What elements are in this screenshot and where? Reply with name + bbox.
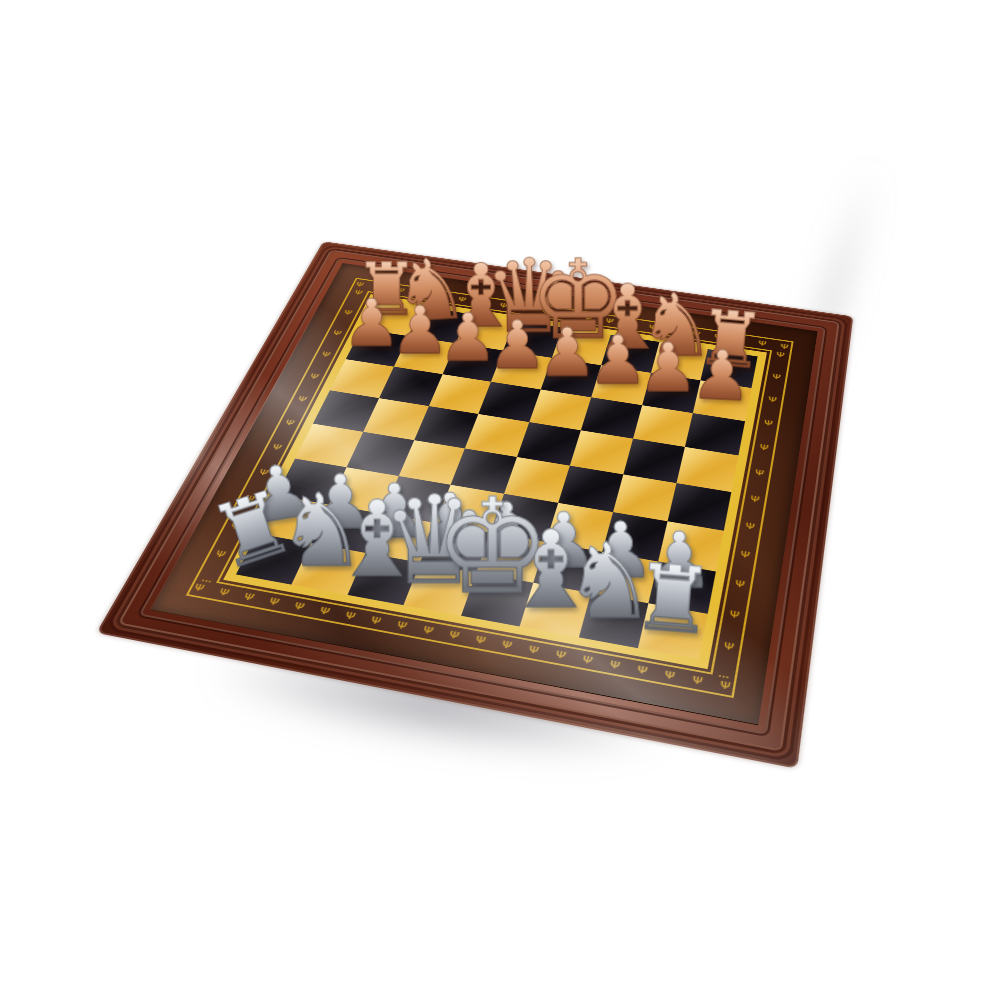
square-g5[interactable]	[623, 439, 685, 483]
square-e5[interactable]	[517, 422, 581, 465]
product-photo-stage: Ψ Ψ Ψ Ψ Ψ Ψ Ψ Ψ Ψ Ψ Ψ Ψ Ψ Ψ Ψ Ψ Ψ Ψ Ψ Ψ …	[0, 0, 1002, 1002]
chess-board-3d-scene: Ψ Ψ Ψ Ψ Ψ Ψ Ψ Ψ Ψ Ψ Ψ Ψ Ψ Ψ Ψ Ψ Ψ Ψ Ψ Ψ …	[96, 241, 853, 768]
square-f5[interactable]	[570, 430, 633, 474]
